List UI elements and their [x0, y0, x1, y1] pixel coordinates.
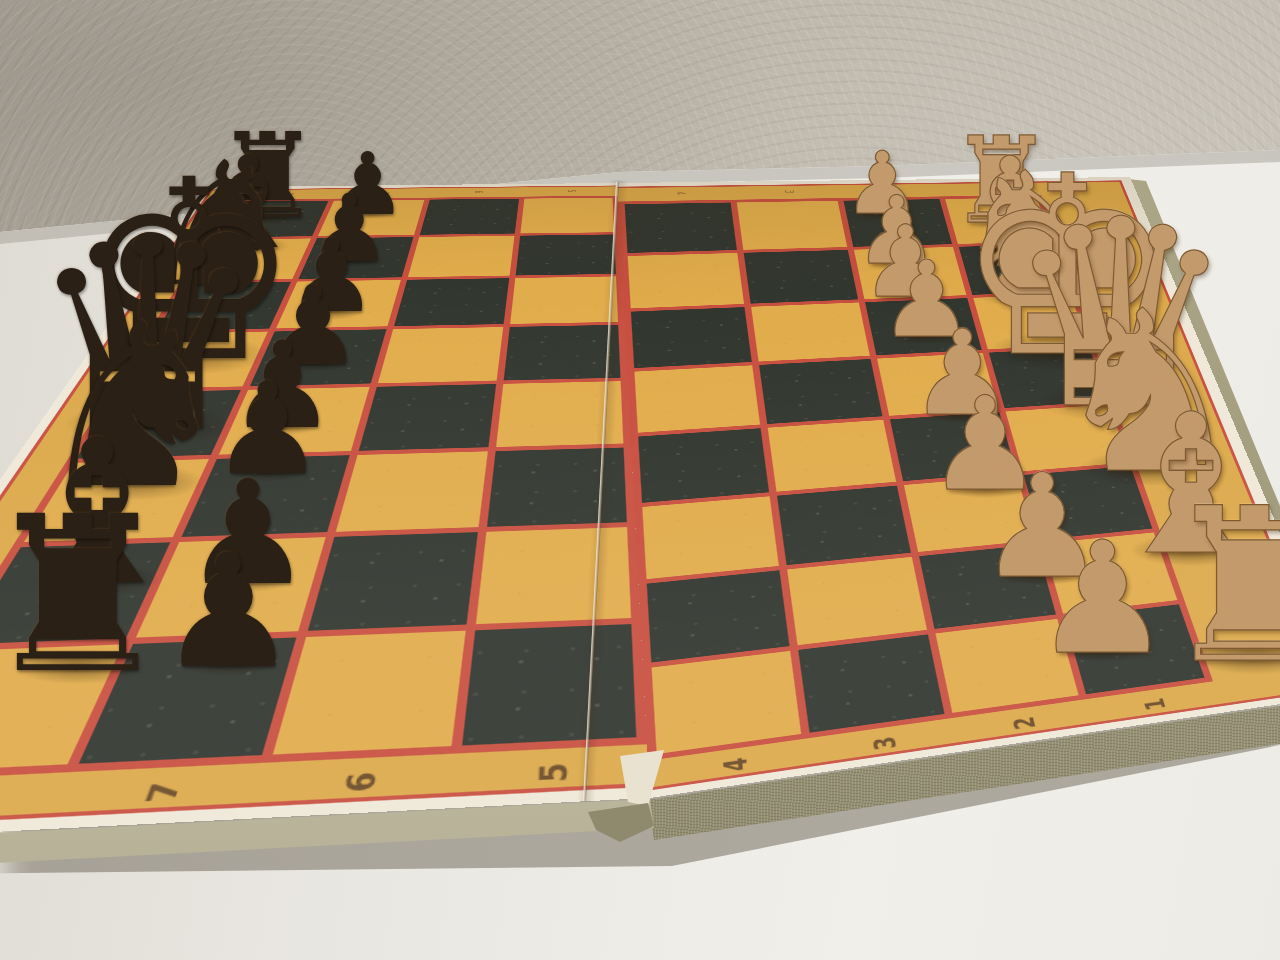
square-f3[interactable]	[751, 302, 870, 361]
square-c3[interactable]	[777, 486, 911, 566]
piece-white-pawn-a2[interactable]: ♟	[1033, 521, 1172, 676]
square-d6[interactable]	[359, 384, 496, 451]
piece-black-pawn-a7[interactable]: ♟	[158, 533, 299, 690]
square-b3[interactable]	[787, 557, 927, 645]
square-h4[interactable]	[625, 203, 737, 253]
square-g3[interactable]	[744, 250, 858, 304]
rank-label-near-7: 7	[138, 781, 191, 804]
square-e3[interactable]	[759, 359, 882, 424]
square-a4[interactable]	[652, 651, 802, 754]
square-g6[interactable]	[408, 236, 515, 277]
square-h3[interactable]	[737, 201, 847, 250]
square-f6[interactable]	[394, 278, 509, 326]
rank-label-far-5: 5	[565, 190, 577, 193]
piece-black-rook-a8[interactable]: ♜	[0, 488, 174, 704]
photo-stage: 8877665544332211 ♜♝♞♛♚♞♝♜♟♟♟♟♟♟♟♟♟♟♟♟♟♟♟…	[0, 0, 1280, 960]
square-a5[interactable]	[462, 624, 636, 745]
rank-label-far-6: 6	[472, 191, 485, 194]
square-g4[interactable]	[628, 253, 744, 308]
square-b6[interactable]	[308, 532, 478, 631]
square-h5[interactable]	[520, 198, 614, 234]
square-h6[interactable]	[420, 199, 519, 235]
piece-white-rook-a1[interactable]: ♜	[1159, 480, 1280, 693]
square-f4[interactable]	[631, 307, 752, 368]
square-c6[interactable]	[336, 451, 488, 531]
square-d3[interactable]	[768, 420, 896, 492]
rank-label-far-3: 3	[782, 190, 797, 194]
square-g5[interactable]	[516, 234, 616, 275]
square-c4[interactable]	[642, 496, 779, 579]
square-b4[interactable]	[647, 570, 790, 662]
square-e6[interactable]	[378, 327, 503, 383]
square-e4[interactable]	[634, 365, 760, 432]
square-a6[interactable]	[273, 631, 466, 755]
rank-label-far-4: 4	[673, 191, 688, 195]
rank-label-near-6: 6	[337, 771, 385, 793]
square-a3[interactable]	[798, 634, 944, 732]
rank-label-near-5: 5	[532, 762, 576, 784]
square-d4[interactable]	[638, 428, 769, 503]
